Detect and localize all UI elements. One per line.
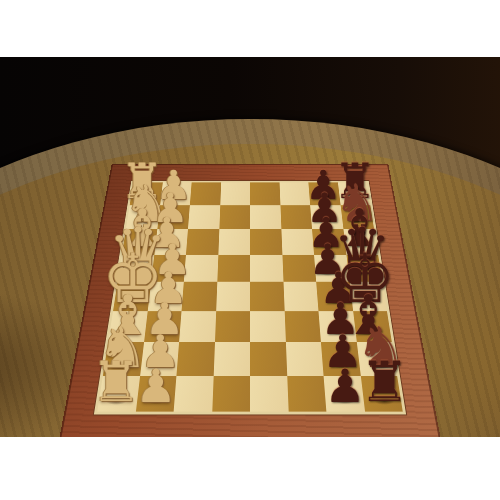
square-d3[interactable]	[184, 254, 218, 281]
board-squares	[94, 181, 406, 415]
square-e5[interactable]	[250, 282, 284, 311]
photo-area: ♜♟♟♜♞♟♟♞♝♟♟♝♛♟♟♛♚♟♟♚♝♟♟♝♞♟♟♞♜♟♟♜	[0, 57, 500, 437]
square-f5[interactable]	[250, 311, 285, 342]
square-e6[interactable]	[283, 282, 318, 311]
square-c5[interactable]	[250, 229, 282, 255]
chess-board	[58, 164, 442, 437]
square-g7[interactable]	[321, 342, 360, 376]
square-h3[interactable]	[174, 376, 214, 412]
square-e4[interactable]	[216, 282, 250, 311]
square-a8[interactable]	[338, 182, 371, 205]
square-h4[interactable]	[212, 376, 250, 412]
square-b6[interactable]	[280, 205, 312, 229]
square-f8[interactable]	[353, 311, 392, 342]
square-a1[interactable]	[130, 182, 163, 205]
square-c8[interactable]	[343, 229, 378, 255]
square-c7[interactable]	[312, 229, 346, 255]
square-e1[interactable]	[113, 282, 151, 311]
square-g2[interactable]	[140, 342, 179, 376]
square-f7[interactable]	[318, 311, 356, 342]
square-b8[interactable]	[340, 205, 374, 229]
square-b1[interactable]	[126, 205, 160, 229]
square-c3[interactable]	[186, 229, 219, 255]
square-g6[interactable]	[285, 342, 323, 376]
square-f6[interactable]	[284, 311, 321, 342]
square-h6[interactable]	[287, 376, 327, 412]
square-b5[interactable]	[250, 205, 281, 229]
square-d7[interactable]	[314, 254, 349, 281]
square-f3[interactable]	[179, 311, 216, 342]
square-a3[interactable]	[190, 182, 221, 205]
square-f4[interactable]	[215, 311, 250, 342]
square-h1[interactable]	[97, 376, 139, 412]
square-g5[interactable]	[250, 342, 287, 376]
square-a4[interactable]	[220, 182, 250, 205]
square-g3[interactable]	[176, 342, 214, 376]
square-e8[interactable]	[349, 282, 387, 311]
square-b7[interactable]	[310, 205, 343, 229]
square-c6[interactable]	[281, 229, 314, 255]
square-a6[interactable]	[279, 182, 310, 205]
square-e3[interactable]	[182, 282, 217, 311]
square-c2[interactable]	[154, 229, 188, 255]
square-c4[interactable]	[218, 229, 250, 255]
square-h5[interactable]	[250, 376, 288, 412]
square-g4[interactable]	[213, 342, 250, 376]
square-d4[interactable]	[217, 254, 250, 281]
letterbox-top	[0, 0, 500, 57]
board-perspective-wrap	[58, 164, 442, 437]
square-d1[interactable]	[118, 254, 154, 281]
photo-frame: ♜♟♟♜♞♟♟♞♝♟♟♝♛♟♟♛♚♟♟♚♝♟♟♝♞♟♟♞♜♟♟♜	[0, 0, 500, 500]
square-a2[interactable]	[160, 182, 192, 205]
letterbox-bottom	[0, 437, 500, 500]
square-d8[interactable]	[346, 254, 382, 281]
square-a7[interactable]	[308, 182, 340, 205]
square-c1[interactable]	[122, 229, 157, 255]
square-f2[interactable]	[144, 311, 182, 342]
square-e2[interactable]	[147, 282, 184, 311]
square-d5[interactable]	[250, 254, 283, 281]
square-b2[interactable]	[157, 205, 190, 229]
square-h2[interactable]	[135, 376, 176, 412]
square-e7[interactable]	[316, 282, 353, 311]
square-h8[interactable]	[360, 376, 402, 412]
square-f1[interactable]	[108, 311, 147, 342]
square-g1[interactable]	[103, 342, 144, 376]
square-g8[interactable]	[356, 342, 397, 376]
square-d6[interactable]	[282, 254, 316, 281]
square-h7[interactable]	[324, 376, 365, 412]
square-b4[interactable]	[219, 205, 250, 229]
square-d2[interactable]	[151, 254, 186, 281]
square-a5[interactable]	[250, 182, 280, 205]
square-b3[interactable]	[188, 205, 220, 229]
